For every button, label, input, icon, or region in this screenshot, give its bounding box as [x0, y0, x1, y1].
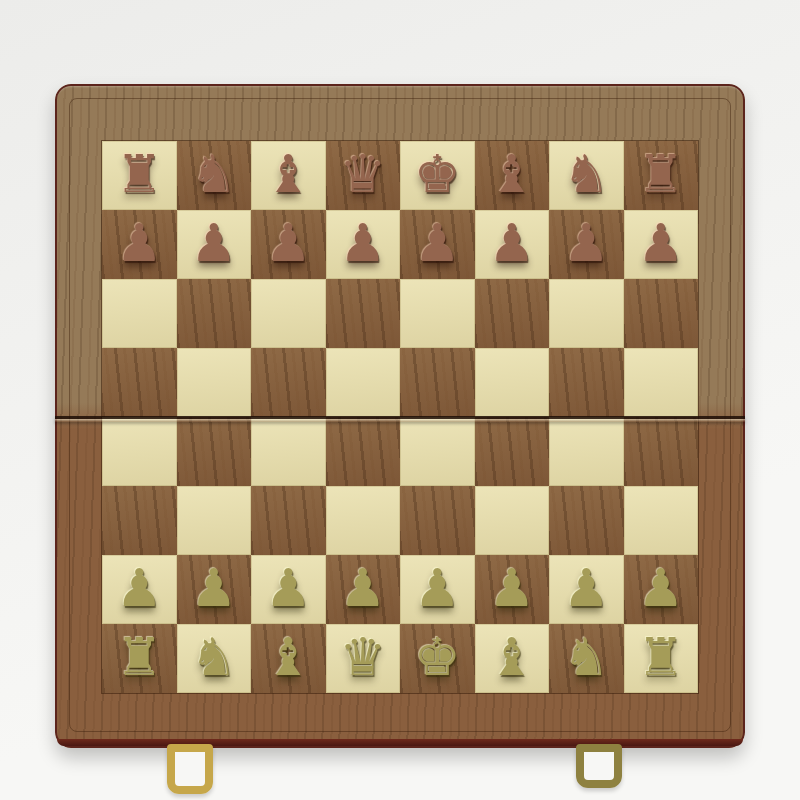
square-e4[interactable]: [400, 417, 475, 486]
piece-white-pawn[interactable]: ♟: [414, 562, 461, 614]
piece-black-pawn[interactable]: ♟: [414, 217, 461, 269]
piece-white-rook[interactable]: ♜: [637, 631, 684, 683]
square-a8[interactable]: ♜: [102, 141, 177, 210]
piece-white-bishop[interactable]: ♝: [265, 631, 312, 683]
square-a4[interactable]: [102, 417, 177, 486]
square-d4[interactable]: [326, 417, 401, 486]
square-e1[interactable]: ♚: [400, 624, 475, 693]
piece-black-knight[interactable]: ♞: [190, 148, 237, 200]
square-b4[interactable]: [177, 417, 252, 486]
square-c1[interactable]: ♝: [251, 624, 326, 693]
piece-black-king[interactable]: ♚: [414, 148, 461, 200]
piece-black-bishop[interactable]: ♝: [488, 148, 535, 200]
square-h2[interactable]: ♟: [624, 555, 699, 624]
square-a3[interactable]: [102, 486, 177, 555]
square-e6[interactable]: [400, 279, 475, 348]
piece-white-bishop[interactable]: ♝: [488, 631, 535, 683]
chess-board-box: ♜♞♝♛♚♝♞♜♟♟♟♟♟♟♟♟♟♟♟♟♟♟♟♟♜♞♝♛♚♝♞♜: [55, 84, 745, 748]
square-b2[interactable]: ♟: [177, 555, 252, 624]
piece-black-knight[interactable]: ♞: [563, 148, 610, 200]
piece-black-pawn[interactable]: ♟: [265, 217, 312, 269]
square-d1[interactable]: ♛: [326, 624, 401, 693]
square-b5[interactable]: [177, 348, 252, 417]
square-a7[interactable]: ♟: [102, 210, 177, 279]
square-d8[interactable]: ♛: [326, 141, 401, 210]
square-a5[interactable]: [102, 348, 177, 417]
square-b7[interactable]: ♟: [177, 210, 252, 279]
square-a6[interactable]: [102, 279, 177, 348]
square-b6[interactable]: [177, 279, 252, 348]
piece-black-queen[interactable]: ♛: [339, 148, 386, 200]
square-c8[interactable]: ♝: [251, 141, 326, 210]
square-c5[interactable]: [251, 348, 326, 417]
square-h3[interactable]: [624, 486, 699, 555]
square-c4[interactable]: [251, 417, 326, 486]
square-e2[interactable]: ♟: [400, 555, 475, 624]
square-h4[interactable]: [624, 417, 699, 486]
square-h1[interactable]: ♜: [624, 624, 699, 693]
clasp-right: [576, 744, 622, 788]
piece-black-pawn[interactable]: ♟: [116, 217, 163, 269]
square-g2[interactable]: ♟: [549, 555, 624, 624]
piece-black-rook[interactable]: ♜: [116, 148, 163, 200]
piece-white-rook[interactable]: ♜: [116, 631, 163, 683]
square-d6[interactable]: [326, 279, 401, 348]
piece-white-pawn[interactable]: ♟: [339, 562, 386, 614]
square-f1[interactable]: ♝: [475, 624, 550, 693]
square-g3[interactable]: [549, 486, 624, 555]
square-e5[interactable]: [400, 348, 475, 417]
square-f7[interactable]: ♟: [475, 210, 550, 279]
piece-black-pawn[interactable]: ♟: [637, 217, 684, 269]
square-b8[interactable]: ♞: [177, 141, 252, 210]
square-d5[interactable]: [326, 348, 401, 417]
piece-white-pawn[interactable]: ♟: [563, 562, 610, 614]
clasp-left: [167, 744, 213, 794]
square-e3[interactable]: [400, 486, 475, 555]
square-e7[interactable]: ♟: [400, 210, 475, 279]
square-f2[interactable]: ♟: [475, 555, 550, 624]
square-f6[interactable]: [475, 279, 550, 348]
square-h6[interactable]: [624, 279, 699, 348]
square-d2[interactable]: ♟: [326, 555, 401, 624]
piece-black-bishop[interactable]: ♝: [265, 148, 312, 200]
square-c3[interactable]: [251, 486, 326, 555]
square-f4[interactable]: [475, 417, 550, 486]
square-c2[interactable]: ♟: [251, 555, 326, 624]
square-h5[interactable]: [624, 348, 699, 417]
square-g5[interactable]: [549, 348, 624, 417]
square-g8[interactable]: ♞: [549, 141, 624, 210]
square-d3[interactable]: [326, 486, 401, 555]
piece-black-pawn[interactable]: ♟: [339, 217, 386, 269]
hinge-seam: [55, 416, 745, 422]
square-d7[interactable]: ♟: [326, 210, 401, 279]
square-c6[interactable]: [251, 279, 326, 348]
piece-white-pawn[interactable]: ♟: [637, 562, 684, 614]
square-h7[interactable]: ♟: [624, 210, 699, 279]
square-f8[interactable]: ♝: [475, 141, 550, 210]
piece-white-pawn[interactable]: ♟: [488, 562, 535, 614]
piece-black-pawn[interactable]: ♟: [488, 217, 535, 269]
square-f3[interactable]: [475, 486, 550, 555]
piece-white-pawn[interactable]: ♟: [190, 562, 237, 614]
square-a1[interactable]: ♜: [102, 624, 177, 693]
piece-white-pawn[interactable]: ♟: [265, 562, 312, 614]
piece-white-knight[interactable]: ♞: [563, 631, 610, 683]
clasp-left-loop: [167, 744, 213, 794]
square-b3[interactable]: [177, 486, 252, 555]
square-f5[interactable]: [475, 348, 550, 417]
square-g1[interactable]: ♞: [549, 624, 624, 693]
square-g4[interactable]: [549, 417, 624, 486]
piece-black-pawn[interactable]: ♟: [190, 217, 237, 269]
square-h8[interactable]: ♜: [624, 141, 699, 210]
piece-white-knight[interactable]: ♞: [190, 631, 237, 683]
piece-white-queen[interactable]: ♛: [339, 631, 386, 683]
square-e8[interactable]: ♚: [400, 141, 475, 210]
square-c7[interactable]: ♟: [251, 210, 326, 279]
square-g7[interactable]: ♟: [549, 210, 624, 279]
piece-white-king[interactable]: ♚: [414, 631, 461, 683]
piece-black-pawn[interactable]: ♟: [563, 217, 610, 269]
piece-black-rook[interactable]: ♜: [637, 148, 684, 200]
piece-white-pawn[interactable]: ♟: [116, 562, 163, 614]
square-b1[interactable]: ♞: [177, 624, 252, 693]
clasp-right-loop: [576, 744, 622, 788]
square-g6[interactable]: [549, 279, 624, 348]
square-a2[interactable]: ♟: [102, 555, 177, 624]
